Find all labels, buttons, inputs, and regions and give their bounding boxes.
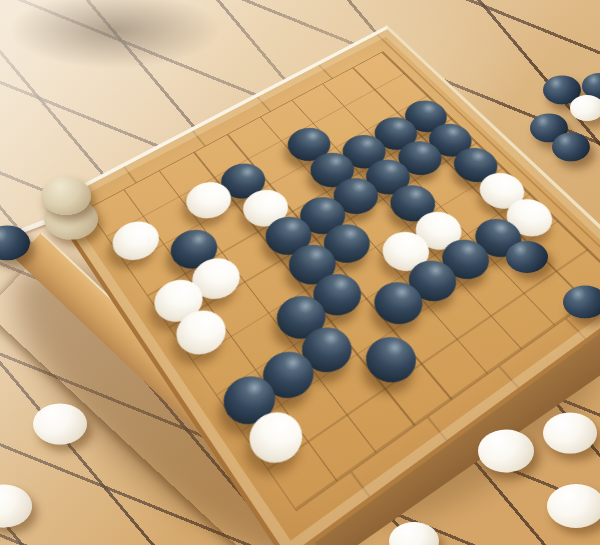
go-photo-scene bbox=[0, 0, 600, 545]
